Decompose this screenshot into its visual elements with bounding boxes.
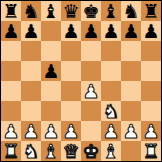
black-knight[interactable]: ♞	[122, 1, 139, 21]
square-a6[interactable]	[1, 41, 21, 61]
black-rook[interactable]: ♜	[142, 1, 159, 21]
square-e5[interactable]	[81, 61, 101, 81]
square-b2[interactable]: ♟	[21, 121, 41, 141]
black-pawn[interactable]: ♟	[42, 61, 59, 81]
square-c7[interactable]	[41, 21, 61, 41]
black-pawn[interactable]: ♟	[82, 21, 99, 41]
square-e7[interactable]: ♟	[81, 21, 101, 41]
square-f2[interactable]: ♟	[101, 121, 121, 141]
white-pawn[interactable]: ♟	[102, 121, 119, 141]
square-h2[interactable]: ♟	[141, 121, 161, 141]
black-pawn[interactable]: ♟	[122, 21, 139, 41]
square-e1[interactable]: ♚	[81, 141, 101, 161]
square-f7[interactable]: ♟	[101, 21, 121, 41]
square-b3[interactable]	[21, 101, 41, 121]
square-d7[interactable]: ♟	[61, 21, 81, 41]
square-c2[interactable]: ♟	[41, 121, 61, 141]
white-rook[interactable]: ♜	[142, 141, 159, 161]
square-g4[interactable]	[121, 81, 141, 101]
square-b8[interactable]: ♞	[21, 1, 41, 21]
square-c6[interactable]	[41, 41, 61, 61]
square-a3[interactable]	[1, 101, 21, 121]
square-d3[interactable]	[61, 101, 81, 121]
square-h1[interactable]: ♜	[141, 141, 161, 161]
square-f6[interactable]	[101, 41, 121, 61]
black-knight[interactable]: ♞	[22, 1, 39, 21]
white-king[interactable]: ♚	[82, 141, 99, 161]
black-bishop[interactable]: ♝	[102, 1, 119, 21]
square-c8[interactable]: ♝	[41, 1, 61, 21]
square-b4[interactable]	[21, 81, 41, 101]
square-g7[interactable]: ♟	[121, 21, 141, 41]
square-d8[interactable]: ♛	[61, 1, 81, 21]
square-f8[interactable]: ♝	[101, 1, 121, 21]
white-pawn[interactable]: ♟	[42, 121, 59, 141]
square-e4[interactable]: ♟	[81, 81, 101, 101]
square-h3[interactable]	[141, 101, 161, 121]
square-h5[interactable]	[141, 61, 161, 81]
square-e3[interactable]	[81, 101, 101, 121]
square-c5[interactable]: ♟	[41, 61, 61, 81]
square-c1[interactable]: ♝	[41, 141, 61, 161]
square-c3[interactable]	[41, 101, 61, 121]
square-f3[interactable]: ♞	[101, 101, 121, 121]
white-pawn[interactable]: ♟	[122, 121, 139, 141]
square-g8[interactable]: ♞	[121, 1, 141, 21]
square-a5[interactable]	[1, 61, 21, 81]
square-a7[interactable]: ♟	[1, 21, 21, 41]
square-f4[interactable]	[101, 81, 121, 101]
square-f1[interactable]: ♝	[101, 141, 121, 161]
black-rook[interactable]: ♜	[2, 1, 19, 21]
square-f5[interactable]	[101, 61, 121, 81]
white-knight[interactable]: ♞	[22, 141, 39, 161]
white-queen[interactable]: ♛	[62, 141, 79, 161]
square-g5[interactable]	[121, 61, 141, 81]
square-a4[interactable]	[1, 81, 21, 101]
square-e2[interactable]	[81, 121, 101, 141]
square-b5[interactable]	[21, 61, 41, 81]
square-g1[interactable]	[121, 141, 141, 161]
black-pawn[interactable]: ♟	[62, 21, 79, 41]
black-king[interactable]: ♚	[82, 1, 99, 21]
square-d2[interactable]: ♟	[61, 121, 81, 141]
white-pawn[interactable]: ♟	[82, 81, 99, 101]
black-queen[interactable]: ♛	[62, 1, 79, 21]
black-pawn[interactable]: ♟	[22, 21, 39, 41]
black-bishop[interactable]: ♝	[42, 1, 59, 21]
square-a1[interactable]: ♜	[1, 141, 21, 161]
square-d1[interactable]: ♛	[61, 141, 81, 161]
white-pawn[interactable]: ♟	[62, 121, 79, 141]
square-e8[interactable]: ♚	[81, 1, 101, 21]
white-pawn[interactable]: ♟	[142, 121, 159, 141]
white-bishop[interactable]: ♝	[102, 141, 119, 161]
square-b6[interactable]	[21, 41, 41, 61]
square-a8[interactable]: ♜	[1, 1, 21, 21]
white-knight[interactable]: ♞	[102, 101, 119, 121]
chess-board: ♜♞♝♛♚♝♞♜♟♟♟♟♟♟♟♟♟♞♟♟♟♟♟♟♟♜♞♝♛♚♝♜	[0, 0, 162, 162]
white-pawn[interactable]: ♟	[2, 121, 19, 141]
square-d5[interactable]	[61, 61, 81, 81]
square-h4[interactable]	[141, 81, 161, 101]
white-bishop[interactable]: ♝	[42, 141, 59, 161]
square-h6[interactable]	[141, 41, 161, 61]
square-c4[interactable]	[41, 81, 61, 101]
square-d4[interactable]	[61, 81, 81, 101]
square-e6[interactable]	[81, 41, 101, 61]
black-pawn[interactable]: ♟	[102, 21, 119, 41]
square-h7[interactable]: ♟	[141, 21, 161, 41]
square-g6[interactable]	[121, 41, 141, 61]
square-d6[interactable]	[61, 41, 81, 61]
white-pawn[interactable]: ♟	[22, 121, 39, 141]
square-b7[interactable]: ♟	[21, 21, 41, 41]
square-b1[interactable]: ♞	[21, 141, 41, 161]
square-g2[interactable]: ♟	[121, 121, 141, 141]
square-h8[interactable]: ♜	[141, 1, 161, 21]
black-pawn[interactable]: ♟	[2, 21, 19, 41]
square-a2[interactable]: ♟	[1, 121, 21, 141]
square-g3[interactable]	[121, 101, 141, 121]
white-rook[interactable]: ♜	[2, 141, 19, 161]
black-pawn[interactable]: ♟	[142, 21, 159, 41]
